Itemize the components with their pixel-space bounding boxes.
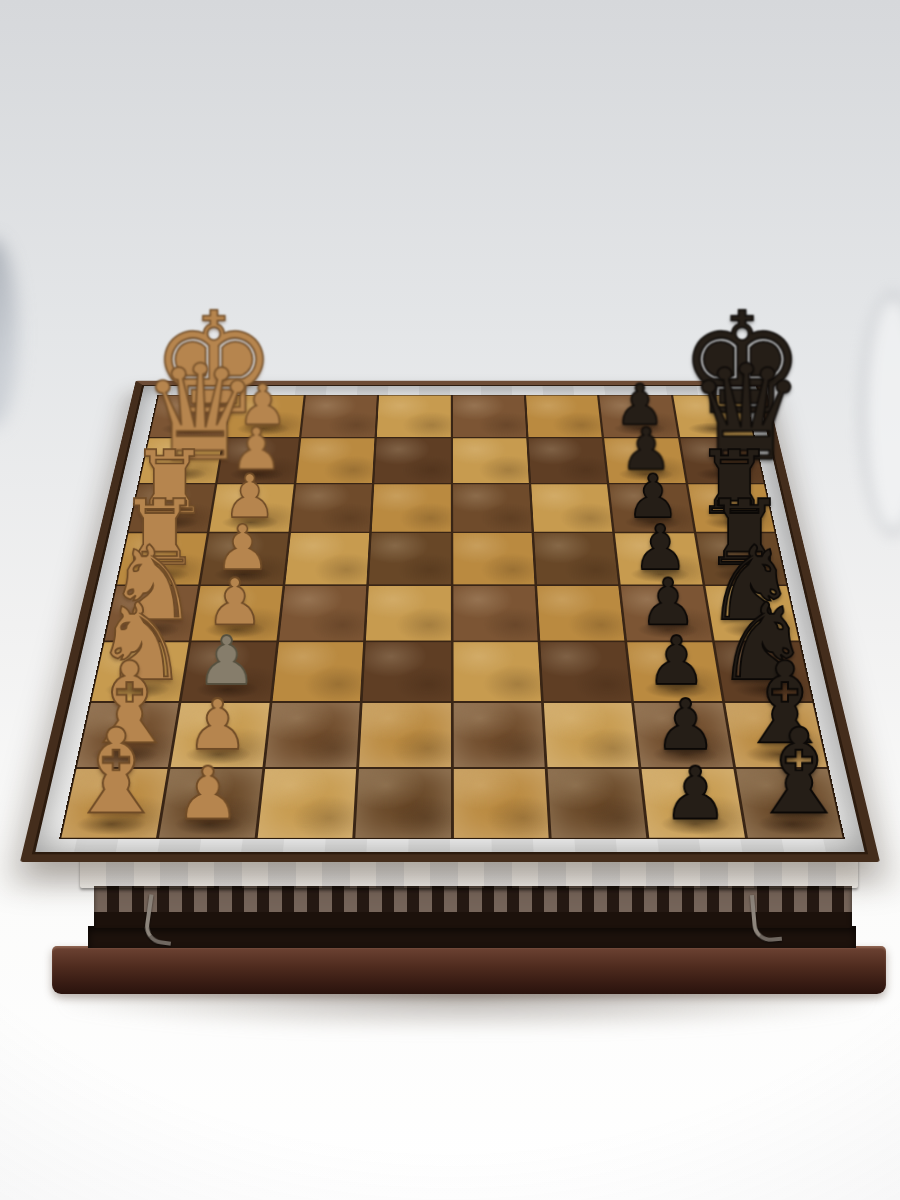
square-b3[interactable] — [296, 438, 374, 482]
square-f4[interactable] — [363, 642, 451, 701]
square-h8[interactable]: ♝ — [736, 769, 843, 838]
square-b5[interactable] — [453, 438, 529, 482]
black-bishop-h8[interactable]: ♝ — [746, 716, 841, 828]
square-g3[interactable] — [265, 703, 360, 767]
square-d6[interactable] — [534, 533, 618, 584]
square-e4[interactable] — [366, 586, 450, 641]
square-d5[interactable] — [453, 533, 534, 584]
square-h6[interactable] — [548, 769, 647, 838]
square-e6[interactable] — [537, 586, 625, 641]
white-pawn-g2[interactable]: ♟ — [173, 691, 264, 757]
square-b6[interactable] — [528, 438, 606, 482]
board-frame: ♚♟♟♚♛♟♟♛♜♟♟♜♜♟♟♜♞♟♟♞♞♟♟♞♝♟♟♝♝♟♟♝ — [20, 381, 880, 862]
square-f5[interactable] — [453, 642, 541, 701]
square-h3[interactable] — [257, 769, 356, 838]
square-a5[interactable] — [453, 396, 527, 438]
square-h7[interactable]: ♟ — [642, 769, 745, 838]
square-c6[interactable] — [531, 484, 612, 531]
blurred-object-left — [0, 238, 18, 428]
square-c3[interactable] — [291, 484, 372, 531]
square-f3[interactable] — [272, 642, 363, 701]
box-plinth — [52, 946, 886, 994]
square-g5[interactable] — [453, 703, 544, 767]
blurred-glass-right — [860, 292, 900, 536]
square-a3[interactable] — [301, 396, 377, 438]
square-h2[interactable]: ♟ — [159, 769, 262, 838]
square-c5[interactable] — [453, 484, 532, 531]
black-pawn-h7[interactable]: ♟ — [648, 759, 743, 828]
white-bishop-h1[interactable]: ♝ — [64, 716, 159, 828]
square-a6[interactable] — [526, 396, 602, 438]
square-c4[interactable] — [372, 484, 451, 531]
black-pawn-g7[interactable]: ♟ — [640, 691, 731, 757]
square-g6[interactable] — [544, 703, 639, 767]
square-a4[interactable] — [377, 396, 450, 438]
white-pawn-h2[interactable]: ♟ — [161, 759, 256, 828]
square-b4[interactable] — [374, 438, 450, 482]
box-fluted-band — [94, 886, 852, 928]
square-h5[interactable] — [453, 769, 548, 838]
square-e3[interactable] — [279, 586, 366, 641]
chess-board-3d: ♚♟♟♚♛♟♟♛♜♟♟♜♜♟♟♜♞♟♟♞♞♟♟♞♝♟♟♝♝♟♟♝ — [20, 381, 880, 862]
square-e5[interactable] — [453, 586, 538, 641]
square-d4[interactable] — [369, 533, 450, 584]
box-recess — [88, 926, 856, 948]
square-d3[interactable] — [285, 533, 369, 584]
square-g4[interactable] — [359, 703, 450, 767]
board-grid: ♚♟♟♚♛♟♟♛♜♟♟♜♜♟♟♜♞♟♟♞♞♟♟♞♝♟♟♝♝♟♟♝ — [59, 395, 845, 840]
photo-backdrop: ♚♟♟♚♛♟♟♛♜♟♟♜♜♟♟♜♞♟♟♞♞♟♟♞♝♟♟♝♝♟♟♝ — [0, 0, 900, 1200]
square-f6[interactable] — [540, 642, 631, 701]
square-h4[interactable] — [355, 769, 450, 838]
square-h1[interactable]: ♝ — [61, 769, 168, 838]
